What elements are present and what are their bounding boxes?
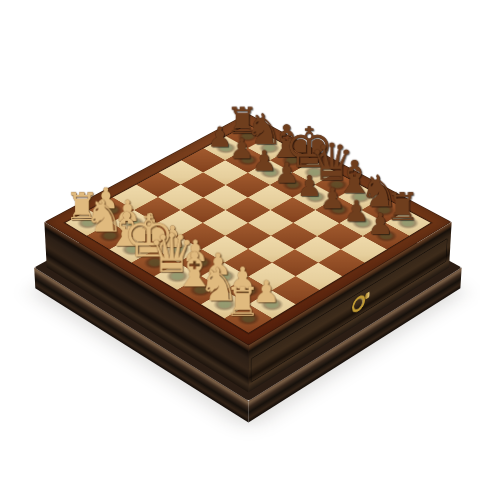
square-e5[interactable] — [225, 197, 270, 223]
chess-set-photo: ♜♞♝♚♛♝♞♜♟♟♟♟♟♟♟♟♟♟♟♟♟♟♟♟♜♞♝♚♛♝♞♜ — [0, 0, 480, 480]
square-a7[interactable]: ♟ — [363, 223, 409, 249]
square-a6[interactable] — [341, 236, 387, 263]
piece-black-pawn[interactable]: ♟ — [348, 210, 413, 239]
piece-white-rook[interactable]: ♜ — [209, 282, 277, 322]
chess-box: ♜♞♝♚♛♝♞♜♟♟♟♟♟♟♟♟♟♟♟♟♟♟♟♟♜♞♝♚♛♝♞♜ — [44, 113, 451, 345]
square-a1[interactable]: ♜ — [224, 304, 272, 333]
